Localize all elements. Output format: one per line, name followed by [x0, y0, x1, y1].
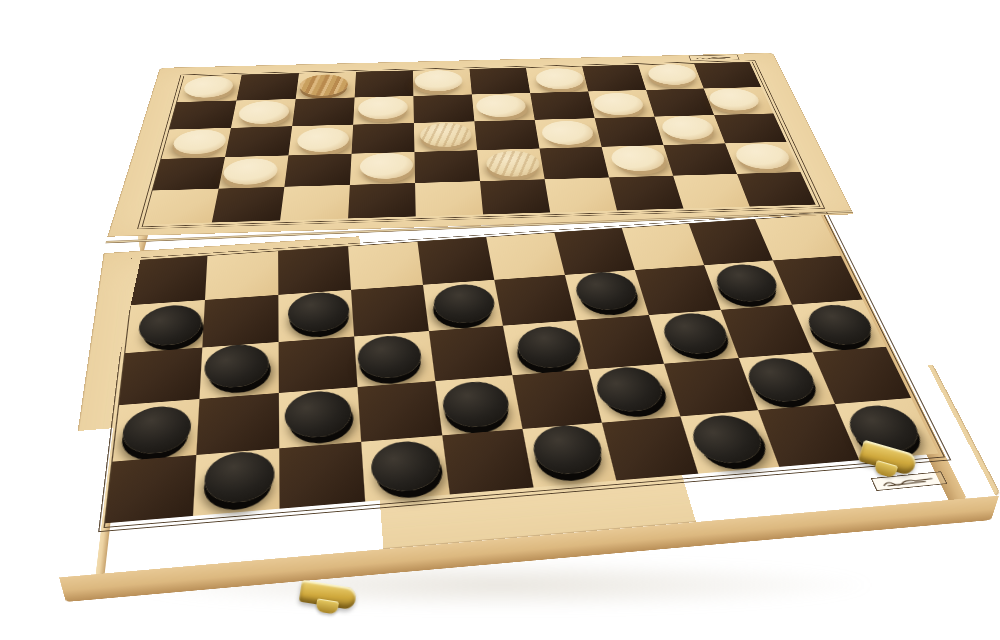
square-r9c7[interactable] [589, 364, 681, 423]
dark-piece[interactable] [363, 435, 450, 499]
square-r2c3[interactable] [292, 97, 354, 126]
light-piece[interactable] [646, 63, 697, 87]
square-r1c3[interactable] [296, 72, 356, 99]
square-r5c10[interactable] [737, 172, 816, 207]
square-r8c3[interactable] [279, 336, 358, 392]
dark-piece[interactable] [531, 425, 604, 475]
square-r3c6[interactable] [474, 120, 539, 150]
square-r5c3[interactable] [280, 185, 350, 221]
light-piece[interactable] [299, 74, 349, 96]
upper-playfield-border [137, 60, 825, 229]
square-r4c10[interactable] [725, 142, 800, 174]
square-r6c6[interactable] [486, 233, 565, 280]
square-r1c5[interactable] [413, 69, 472, 96]
square-r4c5[interactable] [414, 150, 480, 183]
square-r2c5[interactable] [413, 94, 474, 123]
light-piece[interactable] [534, 118, 601, 149]
dark-piece[interactable] [287, 290, 352, 334]
square-r6c7[interactable] [554, 228, 635, 275]
square-r2c2[interactable] [231, 99, 296, 128]
square-r4c6[interactable] [477, 148, 545, 181]
square-r2c6[interactable] [472, 93, 535, 121]
square-r4c1[interactable] [153, 157, 225, 190]
maker-signature-upper [689, 55, 740, 61]
signature-scribble-icon [692, 56, 736, 60]
light-piece[interactable] [732, 143, 793, 169]
square-r9c2[interactable] [196, 393, 279, 455]
square-r6c3[interactable] [278, 246, 351, 294]
square-r8c1[interactable] [119, 348, 202, 406]
square-r3c5[interactable] [414, 121, 477, 152]
light-piece[interactable] [180, 73, 238, 100]
light-piece[interactable] [293, 125, 354, 155]
square-r7c1[interactable] [125, 300, 205, 353]
square-r4c3[interactable] [284, 154, 351, 187]
grid-lower [105, 215, 938, 523]
square-r10c1[interactable] [105, 455, 196, 523]
square-r3c4[interactable] [352, 123, 415, 154]
dark-piece[interactable] [429, 282, 499, 326]
square-r1c1[interactable] [177, 75, 242, 102]
dark-piece[interactable] [356, 334, 423, 380]
box-left-side [96, 252, 139, 597]
square-r9c1[interactable] [113, 399, 200, 462]
light-piece[interactable] [707, 86, 760, 112]
square-r4c4[interactable] [350, 152, 415, 185]
square-r3c2[interactable] [225, 126, 292, 157]
square-r2c7[interactable] [530, 91, 595, 119]
square-r1c6[interactable] [470, 68, 531, 95]
square-r2c9[interactable] [646, 88, 714, 116]
square-r4c8[interactable] [602, 145, 674, 177]
square-r4c9[interactable] [663, 143, 736, 175]
light-piece[interactable] [217, 157, 283, 186]
square-r9c4[interactable] [358, 381, 443, 442]
square-r5c1[interactable] [143, 189, 218, 225]
square-r10c9[interactable] [758, 404, 859, 467]
dark-piece[interactable] [681, 408, 774, 471]
square-r10c8[interactable] [680, 410, 779, 473]
square-r3c8[interactable] [595, 117, 664, 147]
dark-piece[interactable] [277, 385, 360, 445]
dark-piece[interactable] [441, 380, 511, 428]
square-r7c10[interactable] [773, 256, 863, 305]
light-piece[interactable] [659, 116, 717, 141]
square-r9c8[interactable] [664, 358, 758, 416]
square-r4c2[interactable] [219, 155, 289, 188]
lower-playfield-border [98, 212, 951, 532]
square-r7c8[interactable] [635, 265, 721, 315]
square-r8c10[interactable] [792, 300, 886, 353]
square-r7c3[interactable] [278, 290, 354, 342]
dark-piece[interactable] [657, 310, 734, 357]
light-piece[interactable] [409, 68, 468, 93]
square-r9c6[interactable] [512, 369, 602, 429]
square-r8c5[interactable] [429, 326, 512, 381]
square-r9c9[interactable] [739, 352, 835, 410]
square-r3c9[interactable] [654, 115, 725, 145]
board-lower-half [56, 204, 1000, 578]
square-r1c10[interactable] [694, 62, 761, 88]
dark-piece[interactable] [716, 263, 778, 303]
square-r10c2[interactable] [193, 448, 280, 516]
square-r8c2[interactable] [199, 342, 278, 399]
square-r5c5[interactable] [415, 181, 483, 216]
square-r5c6[interactable] [480, 179, 550, 214]
light-piece[interactable] [485, 150, 540, 177]
square-r3c1[interactable] [161, 128, 231, 159]
square-r2c8[interactable] [588, 90, 654, 118]
light-piece[interactable] [419, 123, 472, 147]
square-r2c4[interactable] [353, 96, 414, 125]
light-piece[interactable] [533, 67, 587, 90]
square-r7c5[interactable] [423, 280, 503, 331]
square-r7c6[interactable] [494, 275, 576, 326]
grid-upper [143, 62, 815, 224]
square-r1c9[interactable] [638, 64, 704, 90]
light-piece[interactable] [591, 92, 647, 116]
board [28, 50, 997, 530]
square-r10c6[interactable] [523, 423, 617, 488]
square-r6c1[interactable] [131, 256, 208, 305]
square-r6c4[interactable] [348, 242, 423, 290]
square-r10c3[interactable] [279, 442, 365, 509]
square-r10c4[interactable] [361, 435, 450, 501]
square-r8c4[interactable] [354, 331, 435, 387]
square-r8c7[interactable] [576, 315, 664, 369]
square-r3c10[interactable] [714, 113, 786, 143]
dark-piece[interactable] [570, 269, 644, 314]
square-r7c9[interactable] [704, 260, 792, 309]
light-piece[interactable] [469, 91, 534, 120]
square-r7c7[interactable] [565, 270, 649, 320]
square-r8c6[interactable] [503, 320, 589, 375]
square-r5c2[interactable] [212, 187, 285, 223]
light-piece[interactable] [168, 129, 231, 155]
square-r8c8[interactable] [649, 310, 739, 364]
square-r9c5[interactable] [435, 375, 522, 435]
square-r10c7[interactable] [602, 416, 698, 480]
square-r4c7[interactable] [539, 147, 609, 180]
dark-piece[interactable] [132, 299, 210, 352]
square-r8c9[interactable] [721, 305, 813, 358]
dark-piece[interactable] [199, 452, 279, 504]
square-r9c3[interactable] [279, 387, 361, 448]
square-r1c4[interactable] [355, 71, 414, 98]
square-r5c8[interactable] [609, 176, 683, 211]
dark-piece[interactable] [808, 303, 873, 347]
square-r7c4[interactable] [351, 285, 429, 337]
square-r1c2[interactable] [236, 73, 298, 100]
dark-piece[interactable] [117, 406, 195, 453]
dark-piece[interactable] [585, 360, 674, 419]
square-r3c3[interactable] [288, 125, 353, 156]
square-r1c8[interactable] [582, 65, 646, 91]
square-r5c4[interactable] [348, 183, 416, 218]
square-r2c10[interactable] [704, 87, 774, 115]
dark-piece[interactable] [197, 338, 277, 394]
dark-piece[interactable] [741, 355, 822, 404]
square-r3c7[interactable] [535, 118, 602, 148]
square-r6c2[interactable] [205, 251, 278, 300]
square-r6c5[interactable] [417, 237, 494, 284]
light-piece[interactable] [235, 98, 294, 127]
photo-scene [0, 0, 1000, 640]
light-piece[interactable] [357, 96, 408, 119]
square-r1c7[interactable] [526, 66, 588, 93]
square-r6c10[interactable] [755, 215, 841, 260]
dark-piece[interactable] [513, 323, 585, 372]
light-piece[interactable] [604, 143, 673, 175]
square-r5c7[interactable] [545, 177, 617, 212]
square-r9c10[interactable] [813, 347, 911, 404]
board-upper-half [107, 53, 854, 237]
light-piece[interactable] [356, 150, 418, 182]
square-r2c1[interactable] [169, 101, 236, 130]
square-r10c5[interactable] [442, 429, 533, 494]
square-r7c2[interactable] [202, 295, 278, 348]
